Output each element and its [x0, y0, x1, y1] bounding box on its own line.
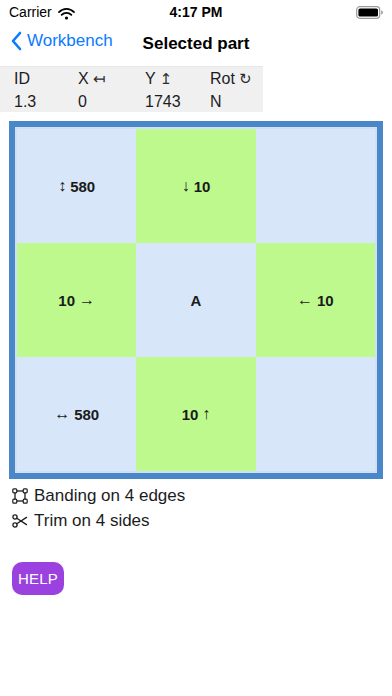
col-header-y: Y ↥ [145, 70, 210, 88]
board-cell-1-2[interactable]: ←10 [256, 243, 375, 357]
cell-value: 10 [317, 292, 334, 309]
cell-value: 10 [182, 406, 199, 423]
arrow-up-from-bar-icon: ↥ [160, 70, 173, 88]
part-diagram-board: ↕580↓1010→A←10↔58010↑ [9, 121, 383, 479]
notes-section: Banding on 4 edges Trim on 4 sides [12, 483, 185, 533]
banding-note: Banding on 4 edges [12, 483, 185, 508]
board-cell-2-0[interactable]: ↔580 [17, 357, 136, 471]
part-info-table: ID X ↤ Y ↥ Rot ↻ 1.3 0 1743 N [0, 66, 263, 112]
cell-arrow-icon: ← [297, 291, 313, 309]
scissors-icon [12, 513, 28, 529]
part-x-value: 0 [78, 93, 145, 111]
arrow-left-from-bar-icon: ↤ [93, 70, 106, 88]
navigation-bar: Workbench Selected part [0, 24, 392, 62]
cell-arrow-icon: ↑ [202, 405, 210, 423]
cell-arrow-icon: ↕ [58, 177, 66, 195]
board-cell-1-0[interactable]: 10→ [17, 243, 136, 357]
status-bar: Carrier 4:17 PM [0, 0, 392, 24]
part-rot-value: N [210, 93, 277, 111]
board-cell-0-0[interactable]: ↕580 [17, 129, 136, 243]
cell-value: 580 [70, 178, 95, 195]
col-header-id: ID [14, 70, 78, 88]
part-grid: ↕580↓1010→A←10↔58010↑ [17, 129, 375, 471]
board-cell-2-1[interactable]: 10↑ [136, 357, 255, 471]
battery-icon [356, 5, 384, 23]
cell-arrow-icon: ↔ [54, 405, 70, 423]
trim-note: Trim on 4 sides [12, 508, 185, 533]
page-title: Selected part [0, 34, 392, 54]
part-y-value: 1743 [145, 93, 210, 111]
cell-value: A [191, 292, 202, 309]
trim-note-text: Trim on 4 sides [34, 511, 150, 531]
cell-arrow-icon: → [79, 291, 95, 309]
help-button[interactable]: HELP [12, 562, 64, 595]
clock: 4:17 PM [0, 4, 392, 20]
part-id-value: 1.3 [14, 93, 78, 111]
cell-arrow-icon: ↓ [182, 177, 190, 195]
col-header-x: X ↤ [78, 70, 145, 88]
board-cell-0-2[interactable] [256, 129, 375, 243]
board-cell-0-1[interactable]: ↓10 [136, 129, 255, 243]
col-header-rot: Rot ↻ [210, 70, 277, 88]
banding-note-text: Banding on 4 edges [34, 486, 185, 506]
board-cell-2-2[interactable] [256, 357, 375, 471]
cell-value: 10 [58, 292, 75, 309]
rotate-icon: ↻ [239, 70, 252, 88]
cell-value: 10 [194, 178, 211, 195]
banding-frame-icon [12, 488, 28, 504]
board-cell-1-1[interactable]: A [136, 243, 255, 357]
cell-value: 580 [74, 406, 99, 423]
